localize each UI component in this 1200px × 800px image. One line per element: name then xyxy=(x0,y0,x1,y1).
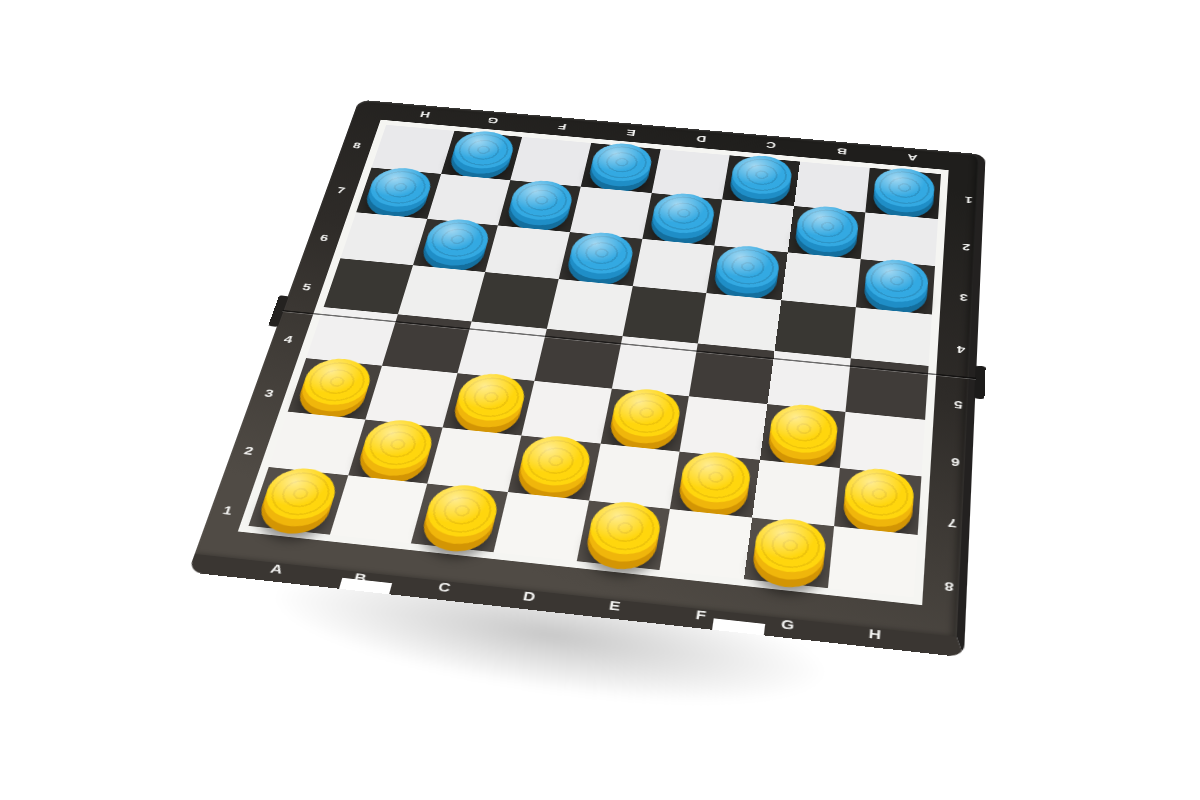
file-label-bottom-C: C xyxy=(437,579,452,593)
square-e8[interactable] xyxy=(651,149,729,199)
checkers-board: ABCDEFGHHGFEDCBA8765432112345678 xyxy=(188,100,986,658)
square-h7[interactable] xyxy=(861,212,938,265)
rank-label-left-5: 5 xyxy=(301,281,312,292)
piece-yellow[interactable] xyxy=(752,516,828,576)
piece-blue[interactable] xyxy=(714,244,782,291)
square-h2[interactable] xyxy=(834,468,921,535)
square-g2[interactable] xyxy=(752,459,840,526)
file-label-top-B: B xyxy=(836,147,847,156)
square-g1[interactable] xyxy=(744,518,835,588)
square-f2[interactable] xyxy=(670,451,760,517)
piece-blue[interactable] xyxy=(872,166,935,209)
piece-yellow[interactable] xyxy=(585,499,663,558)
board-perspective-wrap: ABCDEFGHHGFEDCBA8765432112345678 xyxy=(188,100,986,658)
rank-label-right-2: 2 xyxy=(962,242,970,252)
piece-yellow[interactable] xyxy=(421,482,502,540)
square-b6[interactable] xyxy=(413,219,499,273)
square-c8[interactable] xyxy=(511,137,592,187)
piece-blue[interactable] xyxy=(506,178,575,222)
square-e7[interactable] xyxy=(642,193,722,245)
square-a8[interactable] xyxy=(372,125,455,174)
rank-label-left-6: 6 xyxy=(319,232,330,242)
square-b8[interactable] xyxy=(441,131,523,180)
rank-label-left-3: 3 xyxy=(263,387,275,399)
square-h8[interactable] xyxy=(866,168,941,219)
piece-yellow[interactable] xyxy=(768,402,840,456)
file-label-top-D: D xyxy=(695,134,706,143)
rank-label-right-7: 7 xyxy=(947,516,957,529)
square-c3[interactable] xyxy=(443,373,534,435)
square-c7[interactable] xyxy=(498,180,580,232)
file-label-bottom-H: H xyxy=(868,626,881,641)
file-label-bottom-F: F xyxy=(695,607,707,621)
square-g8[interactable] xyxy=(794,162,870,213)
piece-blue[interactable] xyxy=(567,230,637,276)
square-c5[interactable] xyxy=(472,272,559,329)
square-e5[interactable] xyxy=(622,286,706,343)
file-label-bottom-G: G xyxy=(780,617,795,632)
square-f7[interactable] xyxy=(715,199,794,252)
file-label-top-A: A xyxy=(907,153,918,163)
square-c2[interactable] xyxy=(427,427,521,492)
piece-yellow[interactable] xyxy=(679,449,754,505)
piece-yellow[interactable] xyxy=(609,386,683,439)
square-d6[interactable] xyxy=(559,232,642,286)
square-f5[interactable] xyxy=(698,293,781,351)
square-h6[interactable] xyxy=(856,259,935,315)
board-grid xyxy=(249,125,941,598)
square-f8[interactable] xyxy=(722,155,799,205)
square-d8[interactable] xyxy=(581,143,660,193)
piece-blue[interactable] xyxy=(795,204,860,249)
square-b2[interactable] xyxy=(348,419,443,484)
square-h3[interactable] xyxy=(840,412,925,476)
piece-blue[interactable] xyxy=(365,166,436,209)
piece-yellow[interactable] xyxy=(298,356,376,408)
file-label-bottom-D: D xyxy=(522,589,537,603)
rank-label-left-1: 1 xyxy=(222,503,235,516)
piece-yellow[interactable] xyxy=(259,465,342,522)
piece-blue[interactable] xyxy=(421,217,493,263)
file-label-bottom-E: E xyxy=(608,598,621,612)
file-label-top-C: C xyxy=(766,140,777,149)
square-d2[interactable] xyxy=(508,435,601,501)
rank-label-right-8: 8 xyxy=(944,580,954,594)
square-c1[interactable] xyxy=(411,484,508,552)
piece-blue[interactable] xyxy=(449,129,517,171)
rank-label-left-2: 2 xyxy=(243,444,256,456)
square-g5[interactable] xyxy=(774,300,856,358)
square-h1[interactable] xyxy=(828,526,917,597)
square-g6[interactable] xyxy=(781,252,861,307)
file-label-top-F: F xyxy=(557,122,567,131)
square-g7[interactable] xyxy=(788,206,866,259)
piece-blue[interactable] xyxy=(650,191,717,235)
square-e1[interactable] xyxy=(576,501,670,570)
square-d3[interactable] xyxy=(521,381,611,443)
file-label-top-G: G xyxy=(487,116,500,125)
square-e6[interactable] xyxy=(632,239,714,294)
piece-blue[interactable] xyxy=(589,141,655,183)
photo-stage: ABCDEFGHHGFEDCBA8765432112345678 xyxy=(0,0,1200,800)
rank-label-right-1: 1 xyxy=(964,195,972,205)
playing-area xyxy=(238,120,949,605)
square-g3[interactable] xyxy=(760,404,846,468)
piece-blue[interactable] xyxy=(730,154,795,197)
rank-label-right-3: 3 xyxy=(959,292,968,303)
square-e3[interactable] xyxy=(600,388,689,451)
piece-blue[interactable] xyxy=(863,257,929,304)
hinge-right-icon xyxy=(974,366,986,400)
piece-yellow[interactable] xyxy=(452,371,528,424)
square-f1[interactable] xyxy=(660,509,752,579)
square-b5[interactable] xyxy=(397,265,485,321)
square-d7[interactable] xyxy=(570,186,651,238)
file-label-bottom-A: A xyxy=(269,561,285,575)
square-h5[interactable] xyxy=(851,308,932,366)
square-c6[interactable] xyxy=(485,225,570,279)
piece-yellow[interactable] xyxy=(842,466,915,523)
square-d1[interactable] xyxy=(493,492,588,561)
square-d5[interactable] xyxy=(547,279,633,336)
piece-yellow[interactable] xyxy=(517,433,594,489)
rank-label-left-7: 7 xyxy=(336,185,347,195)
rank-label-right-4: 4 xyxy=(957,344,966,355)
file-label-top-E: E xyxy=(626,128,637,137)
piece-yellow[interactable] xyxy=(358,417,438,472)
square-b3[interactable] xyxy=(365,365,458,427)
rank-label-right-6: 6 xyxy=(951,456,960,468)
rank-label-right-5: 5 xyxy=(954,399,963,411)
rank-label-left-8: 8 xyxy=(352,140,362,149)
square-e2[interactable] xyxy=(589,443,680,509)
square-f3[interactable] xyxy=(680,396,767,459)
rank-label-left-4: 4 xyxy=(283,333,295,344)
square-b7[interactable] xyxy=(427,174,511,225)
file-label-top-H: H xyxy=(419,110,431,119)
square-f6[interactable] xyxy=(706,245,787,300)
